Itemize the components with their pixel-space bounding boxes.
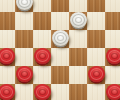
- board-square-dark[interactable]: [51, 0, 69, 12]
- board-square-dark[interactable]: [87, 30, 105, 48]
- board-square-dark[interactable]: [15, 30, 33, 48]
- white-checker-piece[interactable]: [70, 12, 87, 28]
- board-square-light[interactable]: [69, 66, 87, 84]
- red-checker-piece[interactable]: [34, 84, 51, 100]
- white-checker-piece[interactable]: [52, 30, 69, 46]
- board-square-light[interactable]: [51, 84, 69, 100]
- board-square-light[interactable]: [15, 48, 33, 66]
- board-square-light[interactable]: [87, 12, 105, 30]
- board-square-dark[interactable]: [69, 84, 87, 100]
- board-square-light[interactable]: [15, 12, 33, 30]
- board-square-light[interactable]: [0, 66, 15, 84]
- checkers-game-viewport: [0, 0, 120, 100]
- board-square-dark[interactable]: [51, 66, 69, 84]
- board-square-light[interactable]: [69, 30, 87, 48]
- board-square-dark[interactable]: [105, 12, 120, 30]
- checkers-board: [0, 0, 120, 100]
- red-checker-piece[interactable]: [106, 84, 121, 100]
- red-checker-piece[interactable]: [34, 48, 51, 64]
- board-square-light[interactable]: [33, 0, 51, 12]
- board-square-light[interactable]: [87, 84, 105, 100]
- board-square-dark[interactable]: [87, 0, 105, 12]
- red-checker-piece[interactable]: [16, 66, 33, 82]
- board-square-light[interactable]: [105, 30, 120, 48]
- red-checker-piece[interactable]: [0, 48, 15, 64]
- board-square-light[interactable]: [105, 0, 120, 12]
- red-checker-piece[interactable]: [88, 66, 105, 82]
- board-square-light[interactable]: [33, 30, 51, 48]
- board-square-light[interactable]: [87, 48, 105, 66]
- board-square-dark[interactable]: [69, 48, 87, 66]
- board-square-light[interactable]: [51, 48, 69, 66]
- board-square-dark[interactable]: [33, 12, 51, 30]
- board-square-light[interactable]: [33, 66, 51, 84]
- board-square-light[interactable]: [0, 30, 15, 48]
- board-square-light[interactable]: [15, 84, 33, 100]
- board-square-light[interactable]: [51, 12, 69, 30]
- red-checker-piece[interactable]: [0, 84, 15, 100]
- board-square-dark[interactable]: [0, 12, 15, 30]
- red-checker-piece[interactable]: [106, 48, 121, 64]
- board-square-light[interactable]: [0, 0, 15, 12]
- board-square-light[interactable]: [105, 66, 120, 84]
- board-square-light[interactable]: [69, 0, 87, 12]
